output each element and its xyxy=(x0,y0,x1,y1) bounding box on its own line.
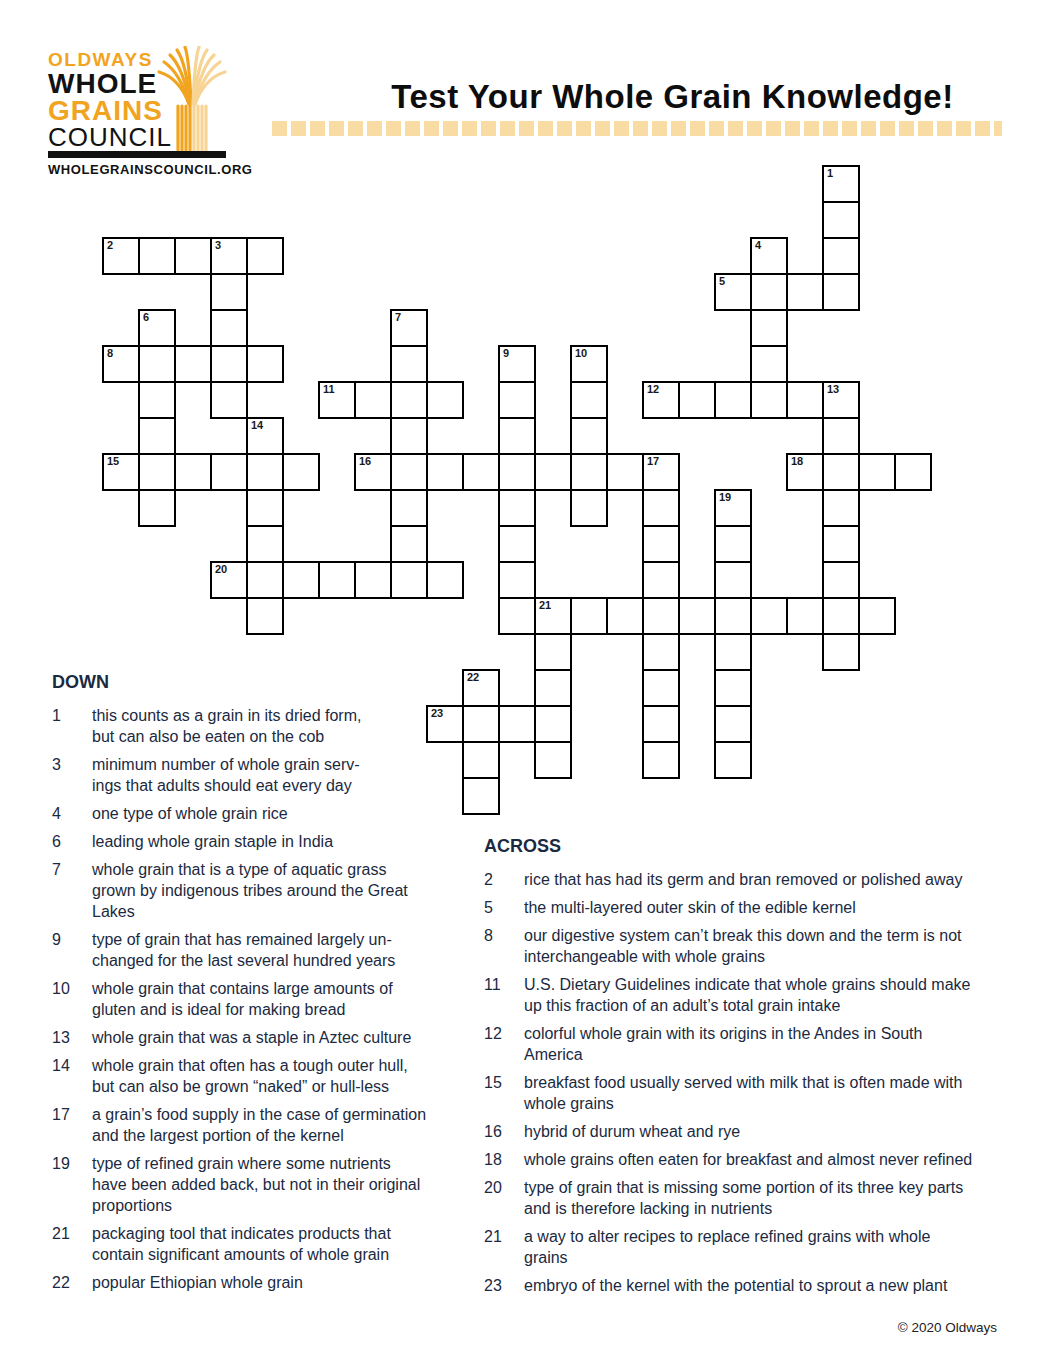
grid-cell-r2-c0[interactable]: 2 xyxy=(102,237,140,275)
grid-cell-r14-c17[interactable] xyxy=(714,669,752,707)
grid-cell-r9-c4[interactable] xyxy=(246,489,284,527)
clue-down-10: 10whole grain that contains large amount… xyxy=(52,978,472,1020)
clue-down-21: 21packaging tool that indicates products… xyxy=(52,1223,472,1265)
clue-text: minimum number of whole grain serv-ings … xyxy=(92,754,472,796)
grid-cell-r8-c9[interactable] xyxy=(426,453,464,491)
cell-number-5: 5 xyxy=(719,275,725,288)
clue-text: our digestive system can’t break this do… xyxy=(524,925,1024,967)
grid-cell-r13-c15[interactable] xyxy=(642,633,680,671)
clue-text: leading whole grain staple in India xyxy=(92,831,472,852)
grid-cell-r12-c17[interactable] xyxy=(714,597,752,635)
grid-cell-r7-c13[interactable] xyxy=(570,417,608,455)
grid-cell-r8-c15[interactable]: 17 xyxy=(642,453,680,491)
clue-number: 15 xyxy=(484,1072,524,1114)
clue-number: 14 xyxy=(52,1055,92,1097)
clue-across-23: 23embryo of the kernel with the potentia… xyxy=(484,1275,1024,1296)
clue-across-12: 12colorful whole grain with its origins … xyxy=(484,1023,1024,1065)
across-clue-list: 2rice that has had its germ and bran rem… xyxy=(484,869,1024,1296)
grid-cell-r7-c8[interactable] xyxy=(390,417,428,455)
clue-number: 20 xyxy=(484,1177,524,1219)
grid-cell-r9-c20[interactable] xyxy=(822,489,860,527)
grid-cell-r5-c11[interactable]: 9 xyxy=(498,345,536,383)
clue-text: colorful whole grain with its origins in… xyxy=(524,1023,1024,1065)
grid-cell-r3-c17[interactable]: 5 xyxy=(714,273,752,311)
grid-cell-r5-c8[interactable] xyxy=(390,345,428,383)
clue-number: 16 xyxy=(484,1121,524,1142)
grid-cell-r3-c18[interactable] xyxy=(750,273,788,311)
clue-down-4: 4one type of whole grain rice xyxy=(52,803,472,824)
cell-number-1: 1 xyxy=(827,167,833,180)
grid-cell-r4-c3[interactable] xyxy=(210,309,248,347)
grid-cell-r6-c11[interactable] xyxy=(498,381,536,419)
grid-cell-r12-c18[interactable] xyxy=(750,597,788,635)
grid-cell-r12-c11[interactable] xyxy=(498,597,536,635)
cell-number-6: 6 xyxy=(143,311,149,324)
grid-cell-r2-c1[interactable] xyxy=(138,237,176,275)
grid-cell-r15-c17[interactable] xyxy=(714,705,752,743)
cell-number-21: 21 xyxy=(539,599,551,612)
cell-number-17: 17 xyxy=(647,455,659,468)
grid-cell-r13-c17[interactable] xyxy=(714,633,752,671)
clue-text: whole grains often eaten for breakfast a… xyxy=(524,1149,1024,1170)
wheat-sheaf-icon xyxy=(156,46,232,156)
logo-divider-bar xyxy=(48,151,226,158)
grid-cell-r6-c8[interactable] xyxy=(390,381,428,419)
grid-cell-r5-c0[interactable]: 8 xyxy=(102,345,140,383)
grid-cell-r6-c9[interactable] xyxy=(426,381,464,419)
clue-number: 6 xyxy=(52,831,92,852)
grid-cell-r11-c9[interactable] xyxy=(426,561,464,599)
grid-cell-r3-c3[interactable] xyxy=(210,273,248,311)
clue-down-9: 9type of grain that has remained largely… xyxy=(52,929,472,971)
cell-number-14: 14 xyxy=(251,419,263,432)
grid-cell-r6-c15[interactable]: 12 xyxy=(642,381,680,419)
grid-cell-r8-c10[interactable] xyxy=(462,453,500,491)
grid-cell-r6-c7[interactable] xyxy=(354,381,392,419)
grid-cell-r2-c3[interactable]: 3 xyxy=(210,237,248,275)
clue-number: 19 xyxy=(52,1153,92,1216)
cell-number-7: 7 xyxy=(395,311,401,324)
clue-number: 8 xyxy=(484,925,524,967)
clue-number: 17 xyxy=(52,1104,92,1146)
clue-text: type of refined grain where some nutrien… xyxy=(92,1153,472,1216)
grid-cell-r6-c1[interactable] xyxy=(138,381,176,419)
grid-cell-r11-c17[interactable] xyxy=(714,561,752,599)
grid-cell-r10-c17[interactable] xyxy=(714,525,752,563)
grid-cell-r5-c2[interactable] xyxy=(174,345,212,383)
clue-text: a way to alter recipes to replace refine… xyxy=(524,1226,1024,1268)
clue-number: 7 xyxy=(52,859,92,922)
grid-cell-r10-c15[interactable] xyxy=(642,525,680,563)
clue-number: 9 xyxy=(52,929,92,971)
grid-cell-r14-c12[interactable] xyxy=(534,669,572,707)
grid-cell-r12-c13[interactable] xyxy=(570,597,608,635)
grid-cell-r11-c11[interactable] xyxy=(498,561,536,599)
clue-across-16: 16hybrid of durum wheat and rye xyxy=(484,1121,1024,1142)
clue-text: whole grain that was a staple in Aztec c… xyxy=(92,1027,472,1048)
grid-cell-r5-c18[interactable] xyxy=(750,345,788,383)
grid-cell-r11-c8[interactable] xyxy=(390,561,428,599)
clue-number: 1 xyxy=(52,705,92,747)
clue-down-1: 1this counts as a grain in its dried for… xyxy=(52,705,472,747)
across-clues-section: ACROSS 2rice that has had its germ and b… xyxy=(484,836,1024,1303)
clue-number: 11 xyxy=(484,974,524,1016)
clue-text: hybrid of durum wheat and rye xyxy=(524,1121,1024,1142)
grid-cell-r16-c15[interactable] xyxy=(642,741,680,779)
clue-across-21: 21a way to alter recipes to replace refi… xyxy=(484,1226,1024,1268)
grid-cell-r4-c18[interactable] xyxy=(750,309,788,347)
clue-text: type of grain that has remained largely … xyxy=(92,929,472,971)
grid-cell-r8-c19[interactable]: 18 xyxy=(786,453,824,491)
clue-text: the multi-layered outer skin of the edib… xyxy=(524,897,1024,918)
clue-number: 21 xyxy=(52,1223,92,1265)
grid-cell-r9-c13[interactable] xyxy=(570,489,608,527)
logo: OLDWAYS WHOLE GRAINS COUNCIL xyxy=(48,50,228,178)
grid-cell-r5-c4[interactable] xyxy=(246,345,284,383)
clue-across-20: 20type of grain that is missing some por… xyxy=(484,1177,1024,1219)
grid-cell-r12-c14[interactable] xyxy=(606,597,644,635)
grid-cell-r9-c11[interactable] xyxy=(498,489,536,527)
clue-number: 22 xyxy=(52,1272,92,1293)
grid-cell-r12-c12[interactable]: 21 xyxy=(534,597,572,635)
grid-cell-r12-c4[interactable] xyxy=(246,597,284,635)
page-title: Test Your Whole Grain Knowledge! xyxy=(345,78,1000,116)
cell-number-8: 8 xyxy=(107,347,113,360)
clue-number: 4 xyxy=(52,803,92,824)
clue-down-7: 7whole grain that is a type of aquatic g… xyxy=(52,859,472,922)
clue-text: whole grain that often has a tough outer… xyxy=(92,1055,472,1097)
grid-cell-r10-c20[interactable] xyxy=(822,525,860,563)
clue-down-22: 22popular Ethiopian whole grain xyxy=(52,1272,472,1293)
cell-number-10: 10 xyxy=(575,347,587,360)
grid-cell-r15-c12[interactable] xyxy=(534,705,572,743)
grid-cell-r3-c20[interactable] xyxy=(822,273,860,311)
grid-cell-r2-c2[interactable] xyxy=(174,237,212,275)
clue-number: 18 xyxy=(484,1149,524,1170)
grid-cell-r8-c1[interactable] xyxy=(138,453,176,491)
grid-cell-r16-c17[interactable] xyxy=(714,741,752,779)
grid-cell-r6-c6[interactable]: 11 xyxy=(318,381,356,419)
grid-cell-r11-c6[interactable] xyxy=(318,561,356,599)
clue-number: 13 xyxy=(52,1027,92,1048)
grid-cell-r4-c1[interactable]: 6 xyxy=(138,309,176,347)
grid-cell-r12-c21[interactable] xyxy=(858,597,896,635)
cell-number-2: 2 xyxy=(107,239,113,252)
cell-number-20: 20 xyxy=(215,563,227,576)
clue-number: 21 xyxy=(484,1226,524,1268)
grid-cell-r7-c4[interactable]: 14 xyxy=(246,417,284,455)
down-clues-section: DOWN 1this counts as a grain in its drie… xyxy=(52,672,472,1300)
down-clue-list: 1this counts as a grain in its dried for… xyxy=(52,705,472,1293)
grid-cell-r8-c11[interactable] xyxy=(498,453,536,491)
page: OLDWAYS WHOLE GRAINS COUNCIL xyxy=(0,0,1046,1364)
grid-cell-r15-c11[interactable] xyxy=(498,705,536,743)
grid-cell-r8-c5[interactable] xyxy=(282,453,320,491)
across-header: ACROSS xyxy=(484,836,1024,857)
clue-text: this counts as a grain in its dried form… xyxy=(92,705,472,747)
grid-cell-r6-c3[interactable] xyxy=(210,381,248,419)
grid-cell-r10-c8[interactable] xyxy=(390,525,428,563)
grid-cell-r4-c8[interactable]: 7 xyxy=(390,309,428,347)
grid-cell-r9-c17[interactable]: 19 xyxy=(714,489,752,527)
cell-number-13: 13 xyxy=(827,383,839,396)
grid-cell-r12-c19[interactable] xyxy=(786,597,824,635)
cell-number-11: 11 xyxy=(323,383,335,396)
grid-cell-r8-c3[interactable] xyxy=(210,453,248,491)
clue-text: breakfast food usually served with milk … xyxy=(524,1072,1024,1114)
clue-text: U.S. Dietary Guidelines indicate that wh… xyxy=(524,974,1024,1016)
clue-text: packaging tool that indicates products t… xyxy=(92,1223,472,1265)
cell-number-18: 18 xyxy=(791,455,803,468)
grid-cell-r8-c21[interactable] xyxy=(858,453,896,491)
clue-down-14: 14whole grain that often has a tough out… xyxy=(52,1055,472,1097)
clue-number: 10 xyxy=(52,978,92,1020)
down-header: DOWN xyxy=(52,672,472,693)
clue-across-11: 11U.S. Dietary Guidelines indicate that … xyxy=(484,974,1024,1016)
grid-cell-r8-c4[interactable] xyxy=(246,453,284,491)
grid-cell-r15-c15[interactable] xyxy=(642,705,680,743)
cell-number-12: 12 xyxy=(647,383,659,396)
grid-cell-r11-c4[interactable] xyxy=(246,561,284,599)
clue-down-19: 19type of refined grain where some nutri… xyxy=(52,1153,472,1216)
clue-text: type of grain that is missing some porti… xyxy=(524,1177,1024,1219)
grid-cell-r5-c3[interactable] xyxy=(210,345,248,383)
grid-cell-r7-c1[interactable] xyxy=(138,417,176,455)
grid-cell-r8-c12[interactable] xyxy=(534,453,572,491)
grid-cell-r9-c1[interactable] xyxy=(138,489,176,527)
grid-cell-r8-c0[interactable]: 15 xyxy=(102,453,140,491)
grid-cell-r5-c13[interactable]: 10 xyxy=(570,345,608,383)
grid-cell-r7-c11[interactable] xyxy=(498,417,536,455)
copyright: © 2020 Oldways xyxy=(898,1320,997,1335)
grid-cell-r10-c4[interactable] xyxy=(246,525,284,563)
grid-cell-r13-c20[interactable] xyxy=(822,633,860,671)
clue-text: rice that has had its germ and bran remo… xyxy=(524,869,1024,890)
grid-cell-r14-c15[interactable] xyxy=(642,669,680,707)
grid-cell-r12-c15[interactable] xyxy=(642,597,680,635)
clue-number: 12 xyxy=(484,1023,524,1065)
clue-across-2: 2rice that has had its germ and bran rem… xyxy=(484,869,1024,890)
grid-cell-r2-c18[interactable]: 4 xyxy=(750,237,788,275)
grid-cell-r2-c20[interactable] xyxy=(822,237,860,275)
grid-cell-r6-c20[interactable]: 13 xyxy=(822,381,860,419)
grid-cell-r11-c15[interactable] xyxy=(642,561,680,599)
grid-cell-r11-c3[interactable]: 20 xyxy=(210,561,248,599)
clue-text: one type of whole grain rice xyxy=(92,803,472,824)
grid-cell-r8-c2[interactable] xyxy=(174,453,212,491)
clue-text: embryo of the kernel with the potential … xyxy=(524,1275,1024,1296)
grid-cell-r1-c20[interactable] xyxy=(822,201,860,239)
clue-number: 2 xyxy=(484,869,524,890)
clue-text: a grain’s food supply in the case of ger… xyxy=(92,1104,472,1146)
grid-cell-r2-c4[interactable] xyxy=(246,237,284,275)
title-dashes-decoration xyxy=(272,121,1002,136)
grid-cell-r8-c7[interactable]: 16 xyxy=(354,453,392,491)
clue-number: 3 xyxy=(52,754,92,796)
cell-number-19: 19 xyxy=(719,491,731,504)
grid-cell-r6-c19[interactable] xyxy=(786,381,824,419)
grid-cell-r6-c16[interactable] xyxy=(678,381,716,419)
grid-cell-r11-c5[interactable] xyxy=(282,561,320,599)
grid-cell-r0-c20[interactable]: 1 xyxy=(822,165,860,203)
clue-down-13: 13whole grain that was a staple in Aztec… xyxy=(52,1027,472,1048)
grid-cell-r8-c14[interactable] xyxy=(606,453,644,491)
grid-cell-r11-c20[interactable] xyxy=(822,561,860,599)
grid-cell-r3-c19[interactable] xyxy=(786,273,824,311)
clue-across-18: 18whole grains often eaten for breakfast… xyxy=(484,1149,1024,1170)
cell-number-4: 4 xyxy=(755,239,761,252)
cell-number-15: 15 xyxy=(107,455,119,468)
grid-cell-r9-c8[interactable] xyxy=(390,489,428,527)
clue-down-17: 17a grain’s food supply in the case of g… xyxy=(52,1104,472,1146)
grid-cell-r8-c8[interactable] xyxy=(390,453,428,491)
grid-cell-r8-c20[interactable] xyxy=(822,453,860,491)
clue-down-3: 3minimum number of whole grain serv-ings… xyxy=(52,754,472,796)
grid-cell-r6-c18[interactable] xyxy=(750,381,788,419)
grid-cell-r11-c7[interactable] xyxy=(354,561,392,599)
cell-number-3: 3 xyxy=(215,239,221,252)
clue-number: 23 xyxy=(484,1275,524,1296)
cell-number-16: 16 xyxy=(359,455,371,468)
grid-cell-r10-c11[interactable] xyxy=(498,525,536,563)
clue-text: whole grain that is a type of aquatic gr… xyxy=(92,859,472,922)
grid-cell-r9-c15[interactable] xyxy=(642,489,680,527)
grid-cell-r12-c20[interactable] xyxy=(822,597,860,635)
grid-cell-r13-c12[interactable] xyxy=(534,633,572,671)
grid-cell-r6-c13[interactable] xyxy=(570,381,608,419)
cell-number-9: 9 xyxy=(503,347,509,360)
clue-text: popular Ethiopian whole grain xyxy=(92,1272,472,1293)
clue-across-8: 8our digestive system can’t break this d… xyxy=(484,925,1024,967)
grid-cell-r6-c17[interactable] xyxy=(714,381,752,419)
grid-cell-r7-c20[interactable] xyxy=(822,417,860,455)
clue-down-6: 6leading whole grain staple in India xyxy=(52,831,472,852)
grid-cell-r16-c12[interactable] xyxy=(534,741,572,779)
clue-text: whole grain that contains large amounts … xyxy=(92,978,472,1020)
clue-number: 5 xyxy=(484,897,524,918)
grid-cell-r8-c13[interactable] xyxy=(570,453,608,491)
grid-cell-r8-c22[interactable] xyxy=(894,453,932,491)
clue-across-5: 5the multi-layered outer skin of the edi… xyxy=(484,897,1024,918)
grid-cell-r12-c16[interactable] xyxy=(678,597,716,635)
grid-cell-r5-c1[interactable] xyxy=(138,345,176,383)
clue-across-15: 15breakfast food usually served with mil… xyxy=(484,1072,1024,1114)
